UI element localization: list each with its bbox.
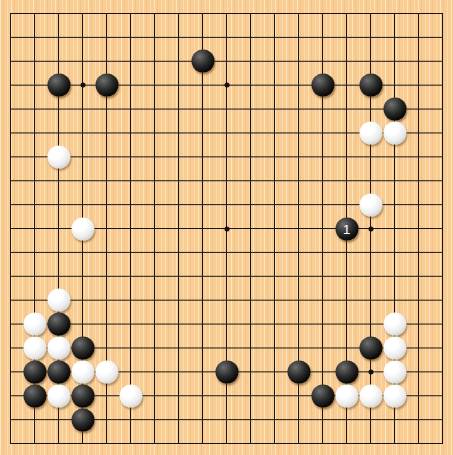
- move-number-label: 1: [343, 222, 350, 235]
- black-stone: [23, 384, 46, 407]
- black-stone: [47, 313, 70, 336]
- black-stone: [47, 361, 70, 384]
- move-1-stone: 1: [335, 217, 358, 240]
- go-board[interactable]: 1: [0, 0, 453, 455]
- star-point: [368, 370, 373, 375]
- star-point: [224, 83, 229, 88]
- star-point: [368, 226, 373, 231]
- black-stone: [311, 384, 334, 407]
- black-stone: [311, 74, 334, 97]
- black-stone: [215, 361, 238, 384]
- black-stone: [71, 408, 94, 431]
- black-stone: [47, 74, 70, 97]
- white-stone: [383, 122, 406, 145]
- white-stone: [359, 384, 382, 407]
- white-stone: [71, 361, 94, 384]
- white-stone: [335, 384, 358, 407]
- white-stone: [95, 361, 118, 384]
- white-stone: [383, 313, 406, 336]
- black-stone: [71, 337, 94, 360]
- black-stone: [287, 361, 310, 384]
- white-stone: [383, 384, 406, 407]
- black-stone: [23, 361, 46, 384]
- white-stone: [383, 337, 406, 360]
- white-stone: [383, 361, 406, 384]
- black-stone: [71, 384, 94, 407]
- black-stone: [383, 98, 406, 121]
- white-stone: [23, 313, 46, 336]
- white-stone: [71, 217, 94, 240]
- white-stone: [47, 384, 70, 407]
- black-stone: [359, 337, 382, 360]
- white-stone: [359, 122, 382, 145]
- black-stone: [95, 74, 118, 97]
- white-stone: [47, 337, 70, 360]
- black-stone: [359, 74, 382, 97]
- star-point: [80, 83, 85, 88]
- white-stone: [119, 384, 142, 407]
- black-stone: [335, 361, 358, 384]
- star-point: [224, 226, 229, 231]
- black-stone: [191, 50, 214, 73]
- white-stone: [47, 289, 70, 312]
- white-stone: [23, 337, 46, 360]
- white-stone: [47, 145, 70, 168]
- white-stone: [359, 193, 382, 216]
